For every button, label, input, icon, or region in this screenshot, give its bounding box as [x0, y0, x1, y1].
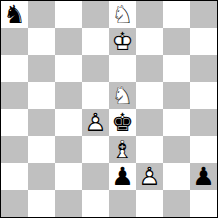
square-g3[interactable] [163, 136, 190, 163]
piece-white-bishop: ♗ [109, 136, 136, 163]
square-d1[interactable] [82, 190, 109, 217]
square-a5[interactable] [1, 82, 28, 109]
square-c2[interactable] [55, 163, 82, 190]
square-g6[interactable] [163, 55, 190, 82]
square-f1[interactable] [136, 190, 163, 217]
piece-white-knight: ♘ [109, 82, 136, 109]
square-b4[interactable] [28, 109, 55, 136]
square-c4[interactable] [55, 109, 82, 136]
square-e3[interactable]: ♝♗ [109, 136, 136, 163]
square-g4[interactable] [163, 109, 190, 136]
square-h2[interactable]: ♟ [190, 163, 217, 190]
square-d3[interactable] [82, 136, 109, 163]
square-f6[interactable] [136, 55, 163, 82]
square-a4[interactable] [1, 109, 28, 136]
piece-black-pawn: ♟ [190, 163, 217, 190]
square-c7[interactable] [55, 28, 82, 55]
chess-board: ♞♞♘♚♔♞♘♟♙♚♝♗♟♟♙♟ [0, 0, 218, 218]
square-c6[interactable] [55, 55, 82, 82]
square-h4[interactable] [190, 109, 217, 136]
piece-black-knight: ♞ [1, 1, 28, 28]
square-d6[interactable] [82, 55, 109, 82]
piece-black-king: ♚ [109, 109, 136, 136]
square-h7[interactable] [190, 28, 217, 55]
square-c5[interactable] [55, 82, 82, 109]
square-g1[interactable] [163, 190, 190, 217]
square-g5[interactable] [163, 82, 190, 109]
square-a6[interactable] [1, 55, 28, 82]
square-d2[interactable] [82, 163, 109, 190]
square-b1[interactable] [28, 190, 55, 217]
square-g2[interactable] [163, 163, 190, 190]
square-b2[interactable] [28, 163, 55, 190]
square-g8[interactable] [163, 1, 190, 28]
square-c8[interactable] [55, 1, 82, 28]
square-f5[interactable] [136, 82, 163, 109]
square-d5[interactable] [82, 82, 109, 109]
square-h6[interactable] [190, 55, 217, 82]
piece-white-knight-fill: ♞ [109, 82, 136, 109]
piece-white-pawn: ♙ [82, 109, 109, 136]
square-g7[interactable] [163, 28, 190, 55]
square-a3[interactable] [1, 136, 28, 163]
square-e1[interactable] [109, 190, 136, 217]
square-b3[interactable] [28, 136, 55, 163]
square-e7[interactable]: ♚♔ [109, 28, 136, 55]
square-f2[interactable]: ♟♙ [136, 163, 163, 190]
piece-white-pawn-fill: ♟ [82, 109, 109, 136]
square-a1[interactable] [1, 190, 28, 217]
square-e2[interactable]: ♟ [109, 163, 136, 190]
piece-white-bishop-fill: ♝ [109, 136, 136, 163]
square-f4[interactable] [136, 109, 163, 136]
square-c3[interactable] [55, 136, 82, 163]
piece-white-knight: ♘ [109, 1, 136, 28]
square-f7[interactable] [136, 28, 163, 55]
piece-white-king: ♔ [109, 28, 136, 55]
square-e4[interactable]: ♚ [109, 109, 136, 136]
piece-white-knight-fill: ♞ [109, 1, 136, 28]
piece-white-pawn-fill: ♟ [136, 163, 163, 190]
square-b8[interactable] [28, 1, 55, 28]
square-a2[interactable] [1, 163, 28, 190]
square-d4[interactable]: ♟♙ [82, 109, 109, 136]
square-h1[interactable] [190, 190, 217, 217]
square-e8[interactable]: ♞♘ [109, 1, 136, 28]
square-d7[interactable] [82, 28, 109, 55]
piece-black-pawn: ♟ [109, 163, 136, 190]
square-b5[interactable] [28, 82, 55, 109]
square-a8[interactable]: ♞ [1, 1, 28, 28]
square-a7[interactable] [1, 28, 28, 55]
square-b6[interactable] [28, 55, 55, 82]
square-f3[interactable] [136, 136, 163, 163]
square-e5[interactable]: ♞♘ [109, 82, 136, 109]
square-h5[interactable] [190, 82, 217, 109]
square-d8[interactable] [82, 1, 109, 28]
square-c1[interactable] [55, 190, 82, 217]
square-f8[interactable] [136, 1, 163, 28]
piece-white-pawn: ♙ [136, 163, 163, 190]
square-h3[interactable] [190, 136, 217, 163]
square-b7[interactable] [28, 28, 55, 55]
square-e6[interactable] [109, 55, 136, 82]
square-h8[interactable] [190, 1, 217, 28]
piece-white-king-fill: ♚ [109, 28, 136, 55]
